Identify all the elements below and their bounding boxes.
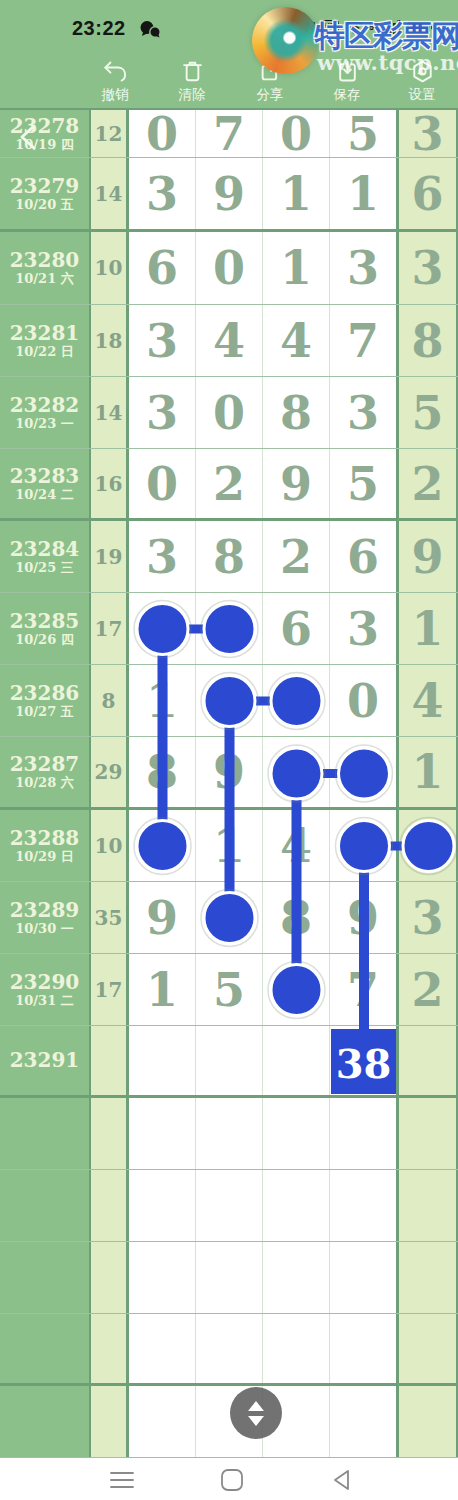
digit-cell[interactable] — [263, 1170, 330, 1241]
issue-cell — [0, 1242, 91, 1313]
digit-cell[interactable]: 8 — [263, 377, 330, 448]
digit-cell[interactable] — [330, 1242, 399, 1313]
digit-cell[interactable]: 3 — [129, 521, 196, 592]
issue-number: 23288 — [10, 827, 80, 850]
digit-cell[interactable]: 9 — [330, 882, 399, 953]
digit[interactable]: 8 — [347, 749, 379, 795]
tail-digit-cell[interactable]: 3 — [399, 882, 458, 953]
draw-date: 10/26 四 — [15, 633, 73, 648]
digit-cell[interactable]: 4 — [263, 810, 330, 881]
digit[interactable]: 8 — [280, 895, 312, 941]
digit[interactable]: 3 — [146, 390, 178, 436]
digit-cell[interactable] — [330, 1314, 399, 1383]
digit[interactable]: 8 — [146, 749, 178, 795]
digit[interactable]: 2 — [213, 461, 245, 507]
digit[interactable]: 4 — [280, 823, 312, 869]
digit[interactable]: 7 — [347, 967, 379, 1013]
digit-cell[interactable]: 3 — [330, 377, 399, 448]
tail-digit[interactable]: 8 — [411, 318, 443, 364]
digit-cell[interactable]: 1 — [196, 665, 263, 736]
tail-digit-cell[interactable]: 2 — [399, 954, 458, 1025]
scroll-up-arrow-icon — [248, 1401, 264, 1411]
nav-home-button[interactable] — [215, 1465, 249, 1495]
row-23278: 2327810/19 四1207053 — [0, 110, 458, 158]
tail-digit[interactable]: 3 — [411, 245, 443, 291]
issue-number: 23285 — [10, 610, 80, 633]
digit[interactable]: 1 — [213, 823, 245, 869]
digit[interactable]: 3 — [146, 318, 178, 364]
issue-cell: 2328310/24 二 — [0, 449, 91, 518]
digit-cell[interactable] — [330, 1098, 399, 1169]
digit-cell[interactable] — [129, 1386, 196, 1457]
digit[interactable]: 9 — [213, 895, 245, 941]
chat-notification-icon — [138, 20, 162, 43]
share-button[interactable]: 分享 — [238, 58, 302, 102]
sum-cell: 19 — [91, 521, 129, 592]
issue-cell: 2328710/28 六 — [0, 737, 91, 807]
issue-cell: 2328210/23 一 — [0, 377, 91, 448]
digit-cell[interactable]: 0 — [196, 232, 263, 304]
tail-digit-cell[interactable]: 3 — [399, 110, 458, 157]
issue-cell: 2328410/25 三 — [0, 521, 91, 592]
sum-cell — [91, 1386, 129, 1457]
digit-cell[interactable]: 3 — [330, 593, 399, 664]
digit[interactable]: 0 — [146, 461, 178, 507]
digit[interactable]: 9 — [280, 461, 312, 507]
sum-cell: 10 — [91, 810, 129, 881]
digit[interactable]: 1 — [213, 678, 245, 724]
digit-cell[interactable]: 2 — [330, 810, 399, 881]
tail-digit-cell[interactable] — [399, 1170, 458, 1241]
row-empty — [0, 1098, 458, 1170]
tail-digit[interactable]: 2 — [411, 461, 443, 507]
sum-cell: 12 — [91, 110, 129, 157]
digit-cell[interactable] — [263, 1314, 330, 1383]
tail-digit-cell[interactable] — [399, 1314, 458, 1383]
digit[interactable]: 3 — [146, 534, 178, 580]
digit-cell[interactable]: 7 — [196, 110, 263, 157]
digit[interactable]: 1 — [146, 967, 178, 1013]
tail-digit-cell[interactable] — [399, 1026, 458, 1095]
digit[interactable]: 0 — [146, 111, 178, 157]
settings-icon — [409, 58, 436, 85]
digit-cell[interactable]: 6 — [263, 593, 330, 664]
digit[interactable]: 2 — [280, 534, 312, 580]
clear-button[interactable]: 清除 — [160, 58, 224, 102]
row-23283: 2328310/24 二1602952 — [0, 449, 458, 521]
digit[interactable]: 6 — [280, 606, 312, 652]
row-23291: 23291 — [0, 1026, 458, 1098]
sum-cell: 14 — [91, 158, 129, 229]
digit-cell[interactable]: 1 — [129, 954, 196, 1025]
nfc-icon: N — [305, 18, 316, 35]
row-empty — [0, 1314, 458, 1386]
digit-cell[interactable] — [196, 1170, 263, 1241]
sum-cell: 8 — [91, 665, 129, 736]
digit-cell[interactable]: 0 — [196, 377, 263, 448]
tail-digit[interactable]: 3 — [411, 895, 443, 941]
draw-date: 10/31 二 — [15, 994, 73, 1009]
digit[interactable]: 6 — [280, 678, 312, 724]
scroll-handle[interactable] — [230, 1387, 282, 1439]
draw-date: 10/24 二 — [15, 488, 73, 503]
save-button[interactable]: 保存 — [315, 58, 379, 102]
row-23289: 2328910/30 一3599893 — [0, 882, 458, 954]
nav-back-button[interactable] — [325, 1465, 359, 1495]
sum-cell: 17 — [91, 593, 129, 664]
digit-cell[interactable] — [129, 1242, 196, 1313]
draw-date: 10/22 日 — [15, 345, 73, 360]
digit[interactable]: 6 — [347, 534, 379, 580]
digit-cell[interactable] — [263, 1098, 330, 1169]
digit-cell[interactable]: 0 — [330, 665, 399, 736]
row-empty — [0, 1170, 458, 1242]
tail-digit-cell[interactable]: 6 — [399, 810, 458, 881]
digit[interactable]: 1 — [280, 245, 312, 291]
sum-cell: 35 — [91, 882, 129, 953]
issue-cell: 2328010/21 六 — [0, 232, 91, 304]
digit-cell[interactable] — [330, 1386, 399, 1457]
issue-cell: 2329010/31 二 — [0, 954, 91, 1025]
digit-cell[interactable]: 8 — [196, 521, 263, 592]
5g-label: 5G — [369, 22, 381, 32]
row-23290: 2329010/31 二1715472 — [0, 954, 458, 1026]
tail-digit-cell[interactable] — [399, 1098, 458, 1169]
issue-cell — [0, 1314, 91, 1383]
issue-cell: 2328810/29 日 — [0, 810, 91, 881]
issue-cell: 23291 — [0, 1026, 91, 1095]
sum-cell — [91, 1170, 129, 1241]
digit[interactable]: 2 — [347, 823, 379, 869]
digit-cell[interactable] — [330, 1170, 399, 1241]
digit[interactable]: 5 — [347, 111, 379, 157]
row-23281: 2328110/22 日1834478 — [0, 305, 458, 377]
issue-cell — [0, 1098, 91, 1169]
sum-cell — [91, 1098, 129, 1169]
digit-cell[interactable] — [196, 1242, 263, 1313]
digit-cell[interactable] — [263, 1242, 330, 1313]
digit[interactable]: 4 — [280, 749, 312, 795]
toolbar: 撤销 清除 分享 保存 设置 — [0, 55, 458, 108]
sum-cell — [91, 1026, 129, 1095]
undo-button[interactable]: 撤销 — [83, 58, 147, 102]
digit[interactable]: 3 — [347, 245, 379, 291]
digit-cell[interactable]: 3 — [129, 377, 196, 448]
digit[interactable]: 1 — [146, 678, 178, 724]
home-icon — [219, 1467, 245, 1493]
digit[interactable]: 9 — [213, 749, 245, 795]
digit-cell[interactable]: 8 — [129, 737, 196, 807]
digit-cell[interactable]: 0 — [129, 110, 196, 157]
digit-cell[interactable]: 7 — [129, 593, 196, 664]
digit[interactable]: 7 — [146, 606, 178, 652]
sum-cell: 17 — [91, 954, 129, 1025]
clear-label: 清除 — [179, 88, 206, 102]
draw-date: 10/29 日 — [15, 850, 73, 865]
share-label: 分享 — [257, 88, 284, 102]
battery-icon — [407, 20, 434, 34]
issue-number: 23279 — [10, 175, 80, 198]
digit-cell[interactable] — [129, 1170, 196, 1241]
digit[interactable]: 9 — [347, 895, 379, 941]
digit-cell[interactable] — [196, 1314, 263, 1383]
digit[interactable]: 8 — [213, 534, 245, 580]
sum-cell — [91, 1314, 129, 1383]
digit[interactable]: 3 — [146, 823, 178, 869]
digit[interactable]: 9 — [213, 171, 245, 217]
tail-digit-cell[interactable]: 1 — [399, 593, 458, 664]
digit-cell[interactable] — [196, 1098, 263, 1169]
back-button[interactable] — [14, 121, 44, 153]
digit-cell[interactable] — [330, 1026, 399, 1095]
digit-cell[interactable] — [196, 1026, 263, 1095]
draw-date: 10/30 一 — [15, 922, 73, 937]
digit-cell[interactable] — [129, 1026, 196, 1095]
tail-digit[interactable]: 1 — [411, 606, 443, 652]
undo-label: 撤销 — [102, 88, 129, 102]
sum-cell: 16 — [91, 449, 129, 518]
status-bar: 23:22 N HD 5G — [0, 0, 458, 55]
issue-number: 23287 — [10, 753, 80, 776]
digit-cell[interactable]: 9 — [263, 449, 330, 518]
tail-digit-cell[interactable]: 1 — [399, 737, 458, 807]
digit-cell[interactable]: 4 — [263, 305, 330, 376]
menu-icon — [108, 1469, 136, 1491]
digit[interactable]: 4 — [213, 318, 245, 364]
hd-icon: HD — [321, 20, 339, 33]
signal-icon — [384, 19, 402, 34]
tail-digit[interactable]: 5 — [411, 390, 443, 436]
issue-number: 23281 — [10, 322, 80, 345]
android-nav-bar — [0, 1458, 458, 1500]
back-triangle-icon — [329, 1468, 355, 1492]
settings-button[interactable]: 设置 — [390, 58, 454, 102]
digit-cell[interactable]: 4 — [196, 305, 263, 376]
issue-number: 23289 — [10, 899, 80, 922]
draw-date: 10/27 五 — [15, 705, 73, 720]
sum-cell: 14 — [91, 377, 129, 448]
digit[interactable]: 0 — [213, 245, 245, 291]
digit[interactable]: 0 — [213, 390, 245, 436]
digit-cell[interactable] — [129, 1098, 196, 1169]
digit[interactable]: 0 — [280, 111, 312, 157]
draw-date: 10/23 一 — [15, 417, 73, 432]
tail-digit-cell[interactable]: 3 — [399, 232, 458, 304]
draw-date: 10/20 五 — [15, 198, 73, 213]
draw-date: 10/25 三 — [15, 561, 73, 576]
digit-cell[interactable]: 1 — [196, 810, 263, 881]
digit[interactable]: 8 — [280, 390, 312, 436]
digit[interactable]: 5 — [213, 967, 245, 1013]
issue-number: 23283 — [10, 465, 80, 488]
sum-cell: 18 — [91, 305, 129, 376]
share-icon — [257, 58, 284, 85]
digit[interactable]: 1 — [280, 171, 312, 217]
undo-icon — [102, 58, 129, 85]
digit-cell[interactable]: 3 — [129, 305, 196, 376]
digit-cell[interactable]: 6 — [330, 521, 399, 592]
tail-digit[interactable]: 6 — [411, 171, 443, 217]
digit-cell[interactable]: 4 — [263, 737, 330, 807]
trend-chart-board: 2327810/19 四12070532327910/20 五143911623… — [0, 108, 458, 1458]
tail-digit-cell[interactable]: 4 — [399, 665, 458, 736]
tail-digit-cell[interactable] — [399, 1242, 458, 1313]
digit-cell[interactable]: 1 — [263, 158, 330, 229]
system-status-icons: N HD 5G — [305, 18, 434, 35]
digit-cell[interactable]: 1 — [196, 593, 263, 664]
issue-cell: 2328910/30 一 — [0, 882, 91, 953]
issue-number: 23282 — [10, 394, 80, 417]
issue-number: 23280 — [10, 249, 80, 272]
digit-cell[interactable]: 8 — [263, 882, 330, 953]
digit-cell[interactable]: 9 — [196, 882, 263, 953]
nav-menu-button[interactable] — [105, 1465, 139, 1495]
digit[interactable]: 0 — [347, 678, 379, 724]
tail-digit-cell[interactable]: 8 — [399, 305, 458, 376]
digit-cell[interactable]: 2 — [263, 521, 330, 592]
row-23284: 2328410/25 三1938269 — [0, 521, 458, 593]
digit-cell[interactable]: 3 — [129, 810, 196, 881]
issue-number: 23286 — [10, 682, 80, 705]
digit[interactable]: 4 — [280, 967, 312, 1013]
issue-number: 23290 — [10, 971, 80, 994]
digit[interactable]: 5 — [347, 461, 379, 507]
digit-cell[interactable]: 6 — [263, 665, 330, 736]
tail-digit-cell[interactable] — [399, 1386, 458, 1457]
tail-digit-cell[interactable]: 2 — [399, 449, 458, 518]
digit-cell[interactable]: 2 — [196, 449, 263, 518]
row-empty — [0, 1386, 458, 1458]
digit-cell[interactable]: 9 — [196, 737, 263, 807]
row-23279: 2327910/20 五1439116 — [0, 158, 458, 232]
digit[interactable]: 7 — [213, 111, 245, 157]
issue-number: 23284 — [10, 538, 80, 561]
digit[interactable]: 3 — [146, 171, 178, 217]
sum-cell — [91, 1242, 129, 1313]
tail-digit-cell[interactable]: 5 — [399, 377, 458, 448]
digit-cell[interactable]: 3 — [330, 232, 399, 304]
issue-cell: 2328510/26 四 — [0, 593, 91, 664]
digit[interactable]: 1 — [347, 171, 379, 217]
digit[interactable]: 7 — [347, 318, 379, 364]
digit[interactable]: 6 — [146, 245, 178, 291]
digit-cell[interactable]: 9 — [196, 158, 263, 229]
digit[interactable]: 3 — [347, 606, 379, 652]
issue-cell: 2328610/27 五 — [0, 665, 91, 736]
row-23287: 2328710/28 六2989481 — [0, 737, 458, 810]
digit-cell[interactable]: 7 — [330, 954, 399, 1025]
digit-cell[interactable]: 7 — [330, 305, 399, 376]
row-empty — [0, 1242, 458, 1314]
row-23282: 2328210/23 一1430835 — [0, 377, 458, 449]
settings-label: 设置 — [409, 88, 436, 102]
tail-digit[interactable]: 2 — [411, 967, 443, 1013]
tail-digit[interactable]: 9 — [411, 534, 443, 580]
digit-cell[interactable] — [263, 1026, 330, 1095]
digit[interactable]: 3 — [347, 390, 379, 436]
tail-digit[interactable]: 6 — [411, 823, 443, 869]
row-23286: 2328610/27 五811604 — [0, 665, 458, 737]
digit-cell[interactable]: 5 — [196, 954, 263, 1025]
tail-digit[interactable]: 3 — [411, 111, 443, 157]
issue-cell — [0, 1170, 91, 1241]
issue-cell: 2327910/20 五 — [0, 158, 91, 229]
digit-cell[interactable]: 3 — [129, 158, 196, 229]
issue-cell: 2328110/22 日 — [0, 305, 91, 376]
digit-cell[interactable]: 8 — [330, 737, 399, 807]
save-icon — [334, 58, 361, 85]
tail-digit[interactable]: 1 — [411, 749, 443, 795]
draw-date: 10/28 六 — [15, 776, 73, 791]
tail-digit-cell[interactable]: 9 — [399, 521, 458, 592]
row-23280: 2328010/21 六1060133 — [0, 232, 458, 305]
row-23285: 2328510/26 四1771631 — [0, 593, 458, 665]
clock-text: 23:22 — [72, 17, 126, 40]
draw-date: 10/21 六 — [15, 272, 73, 287]
digit[interactable]: 1 — [213, 606, 245, 652]
digit-cell[interactable]: 9 — [129, 882, 196, 953]
trash-icon — [179, 58, 206, 85]
row-23288: 2328810/29 日1031426 — [0, 810, 458, 882]
digit-cell[interactable]: 4 — [263, 954, 330, 1025]
sum-cell: 29 — [91, 737, 129, 807]
tail-digit-cell[interactable]: 6 — [399, 158, 458, 229]
digit-cell[interactable]: 0 — [263, 110, 330, 157]
wifi-icon — [344, 19, 364, 35]
digit-cell[interactable]: 1 — [263, 232, 330, 304]
issue-cell — [0, 1386, 91, 1457]
digit-cell[interactable]: 0 — [129, 449, 196, 518]
digit-cell[interactable]: 5 — [330, 449, 399, 518]
screen: 23:22 N HD 5G — [0, 0, 458, 1500]
digit[interactable]: 4 — [280, 318, 312, 364]
sum-cell: 10 — [91, 232, 129, 304]
digit-cell[interactable] — [129, 1314, 196, 1383]
digit[interactable]: 9 — [146, 895, 178, 941]
save-label: 保存 — [334, 88, 361, 102]
digit-cell[interactable]: 1 — [330, 158, 399, 229]
digit-cell[interactable]: 1 — [129, 665, 196, 736]
digit-cell[interactable]: 6 — [129, 232, 196, 304]
issue-number: 23291 — [10, 1049, 80, 1072]
digit-cell[interactable]: 5 — [330, 110, 399, 157]
tail-digit[interactable]: 4 — [411, 678, 443, 724]
scroll-down-arrow-icon — [248, 1416, 264, 1426]
